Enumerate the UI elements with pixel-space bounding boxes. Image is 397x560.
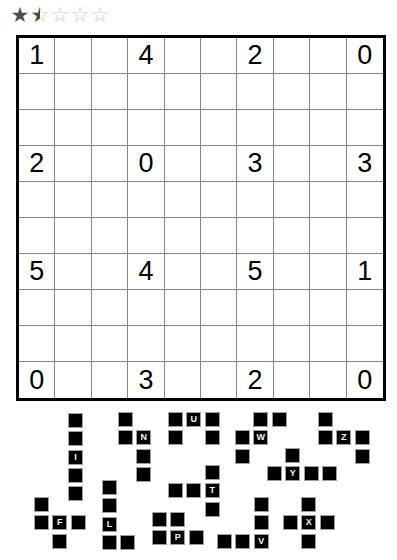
pentomino-V-cell: V bbox=[254, 534, 269, 549]
pentomino-U-cell bbox=[168, 412, 183, 427]
pentomino-Y-cell: Y bbox=[285, 466, 300, 481]
pentomino-F-cell bbox=[71, 515, 86, 530]
pentomino-W-label: W bbox=[257, 433, 266, 442]
pentomino-L-cell bbox=[102, 535, 117, 550]
pentomino-N-cell bbox=[118, 412, 133, 427]
pentomino-T-cell bbox=[205, 465, 220, 480]
pentomino-bank: INUWZYTFLPVX bbox=[0, 0, 397, 560]
pentomino-Y-label: Y bbox=[290, 469, 296, 478]
pentomino-W-cell bbox=[235, 430, 250, 445]
pentomino-W-cell bbox=[253, 412, 268, 427]
pentomino-W-cell: W bbox=[253, 430, 268, 445]
pentomino-V-cell bbox=[235, 534, 250, 549]
pentomino-P-cell bbox=[170, 512, 185, 527]
pentomino-Z-cell: Z bbox=[336, 430, 351, 445]
pentomino-U-cell bbox=[168, 430, 183, 445]
pentomino-X-cell bbox=[283, 515, 298, 530]
pentomino-N-cell bbox=[136, 467, 151, 482]
pentomino-F-cell bbox=[52, 534, 67, 549]
pentomino-P-label: P bbox=[175, 533, 181, 542]
pentomino-W-cell bbox=[235, 449, 250, 464]
pentomino-Y-cell bbox=[322, 466, 337, 481]
pentomino-L-cell: L bbox=[102, 517, 117, 532]
pentomino-X-cell: X bbox=[301, 515, 316, 530]
pentomino-U-cell: U bbox=[186, 412, 201, 427]
pentomino-Y-cell bbox=[304, 466, 319, 481]
pentomino-L-cell bbox=[102, 498, 117, 513]
pentomino-N-cell bbox=[118, 430, 133, 445]
pentomino-X-cell bbox=[301, 497, 316, 512]
pentomino-Y-cell bbox=[267, 466, 282, 481]
pentomino-V-label: V bbox=[258, 537, 264, 546]
pentomino-U-cell bbox=[205, 412, 220, 427]
pentomino-F-label: F bbox=[57, 518, 63, 527]
pentomino-T-cell bbox=[186, 483, 201, 498]
puzzle-page: ★☆★☆☆☆ 1420203354510320 INUWZYTFLPVX bbox=[0, 0, 397, 560]
pentomino-U-cell bbox=[205, 430, 220, 445]
pentomino-F-cell bbox=[34, 497, 49, 512]
pentomino-P-cell bbox=[152, 530, 167, 545]
pentomino-V-cell bbox=[254, 497, 269, 512]
pentomino-Z-cell bbox=[355, 430, 370, 445]
pentomino-I-cell bbox=[68, 413, 83, 428]
pentomino-L-cell bbox=[102, 480, 117, 495]
pentomino-P-cell bbox=[189, 530, 204, 545]
pentomino-I-cell bbox=[68, 486, 83, 501]
pentomino-I-cell: I bbox=[68, 450, 83, 465]
pentomino-X-cell bbox=[301, 534, 316, 549]
pentomino-X-cell bbox=[320, 515, 335, 530]
pentomino-Z-label: Z bbox=[341, 433, 347, 442]
pentomino-T-cell bbox=[205, 502, 220, 517]
pentomino-T-label: T bbox=[209, 486, 215, 495]
pentomino-U-label: U bbox=[191, 415, 198, 424]
pentomino-Z-cell bbox=[318, 430, 333, 445]
pentomino-I-cell bbox=[68, 468, 83, 483]
pentomino-V-cell bbox=[254, 515, 269, 530]
pentomino-Z-cell bbox=[355, 449, 370, 464]
pentomino-N-cell bbox=[136, 449, 151, 464]
pentomino-L-cell bbox=[120, 535, 135, 550]
pentomino-T-cell: T bbox=[205, 483, 220, 498]
pentomino-W-cell bbox=[272, 412, 287, 427]
pentomino-N-cell: N bbox=[136, 430, 151, 445]
pentomino-T-cell bbox=[168, 483, 183, 498]
pentomino-P-cell bbox=[152, 512, 167, 527]
pentomino-X-label: X bbox=[306, 518, 312, 527]
pentomino-I-cell bbox=[68, 431, 83, 446]
pentomino-V-cell bbox=[217, 534, 232, 549]
pentomino-F-cell: F bbox=[52, 515, 67, 530]
pentomino-P-cell: P bbox=[170, 530, 185, 545]
pentomino-I-label: I bbox=[74, 453, 77, 462]
pentomino-Y-cell bbox=[285, 448, 300, 463]
pentomino-N-label: N bbox=[141, 433, 148, 442]
pentomino-F-cell bbox=[34, 515, 49, 530]
pentomino-Z-cell bbox=[318, 412, 333, 427]
pentomino-L-label: L bbox=[107, 520, 113, 529]
